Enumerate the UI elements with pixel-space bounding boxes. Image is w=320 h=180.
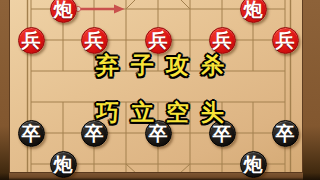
xiangqi-board: 炮炮兵兵兵兵兵卒卒卒卒炮卒炮 弃子攻杀 巧立空头 <box>0 0 320 180</box>
caption-line-2: 巧立空头 <box>6 100 320 124</box>
piece-red-soldier[interactable]: 兵 <box>145 27 172 54</box>
piece-red-soldier[interactable]: 兵 <box>272 27 299 54</box>
piece-red-soldier[interactable]: 兵 <box>18 27 45 54</box>
piece-black-cannon[interactable]: 炮 <box>240 151 267 178</box>
piece-red-cannon[interactable]: 炮 <box>240 0 267 23</box>
piece-red-soldier[interactable]: 兵 <box>209 27 236 54</box>
board-frame-right <box>302 0 320 180</box>
piece-red-cannon[interactable]: 炮 <box>50 0 77 23</box>
board-frame-left <box>0 0 10 180</box>
move-arrow-head <box>114 5 125 14</box>
piece-red-soldier[interactable]: 兵 <box>81 27 108 54</box>
palace-diagonal <box>126 0 136 9</box>
piece-black-cannon[interactable]: 炮 <box>50 151 77 178</box>
palace-diagonal <box>180 0 190 9</box>
caption-line-1: 弃子攻杀 <box>6 53 320 77</box>
